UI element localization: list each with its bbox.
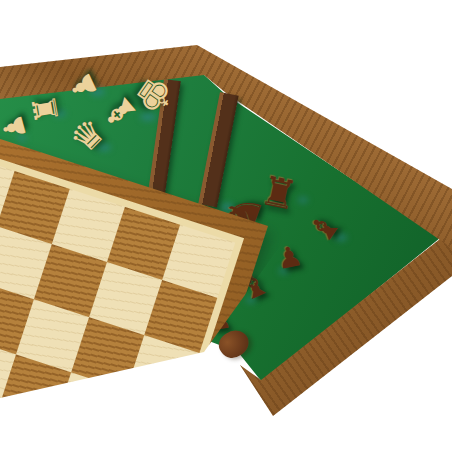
- chess-piece-white-pawn: ♟: [64, 67, 103, 104]
- chess-piece-white-rook: ♜: [27, 92, 63, 126]
- product-photo-chess-box: ♞♜♝♟♝♟ ♟♚♜♟♝♛: [0, 0, 452, 452]
